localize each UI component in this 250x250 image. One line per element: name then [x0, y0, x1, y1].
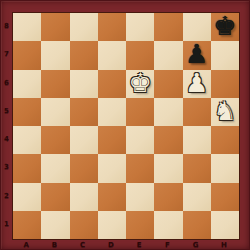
square-d3[interactable]	[98, 154, 126, 182]
square-f3[interactable]	[154, 154, 182, 182]
square-g5[interactable]	[183, 98, 211, 126]
rank-label-8: 8	[1, 12, 12, 40]
square-c5[interactable]	[70, 98, 98, 126]
square-d6[interactable]	[98, 70, 126, 98]
square-h1[interactable]	[211, 211, 239, 239]
square-d4[interactable]	[98, 126, 126, 154]
square-d2[interactable]	[98, 183, 126, 211]
square-f5[interactable]	[154, 98, 182, 126]
square-e4[interactable]	[126, 126, 154, 154]
square-b3[interactable]	[41, 154, 69, 182]
square-h8[interactable]: ♚	[211, 13, 239, 41]
square-f1[interactable]	[154, 211, 182, 239]
square-b2[interactable]	[41, 183, 69, 211]
rank-label-7: 7	[1, 40, 12, 68]
square-d7[interactable]	[98, 41, 126, 69]
square-b5[interactable]	[41, 98, 69, 126]
file-label-e: E	[125, 240, 153, 250]
square-c4[interactable]	[70, 126, 98, 154]
square-f4[interactable]	[154, 126, 182, 154]
square-g7[interactable]: ♟	[183, 41, 211, 69]
file-label-c: C	[69, 240, 97, 250]
square-h2[interactable]	[211, 183, 239, 211]
square-a2[interactable]	[13, 183, 41, 211]
square-b6[interactable]	[41, 70, 69, 98]
square-a1[interactable]	[13, 211, 41, 239]
file-label-f: F	[153, 240, 181, 250]
square-e7[interactable]	[126, 41, 154, 69]
file-label-d: D	[97, 240, 125, 250]
square-g4[interactable]	[183, 126, 211, 154]
white-knight[interactable]: ♞	[213, 98, 236, 124]
square-h6[interactable]	[211, 70, 239, 98]
square-c7[interactable]	[70, 41, 98, 69]
square-h3[interactable]	[211, 154, 239, 182]
square-a8[interactable]	[13, 13, 41, 41]
square-b7[interactable]	[41, 41, 69, 69]
square-d8[interactable]	[98, 13, 126, 41]
square-h4[interactable]	[211, 126, 239, 154]
file-label-a: A	[12, 240, 40, 250]
rank-label-2: 2	[1, 182, 12, 210]
square-e5[interactable]	[126, 98, 154, 126]
square-e3[interactable]	[126, 154, 154, 182]
square-a5[interactable]	[13, 98, 41, 126]
square-c6[interactable]	[70, 70, 98, 98]
square-b4[interactable]	[41, 126, 69, 154]
square-c3[interactable]	[70, 154, 98, 182]
square-f6[interactable]	[154, 70, 182, 98]
rank-label-1: 1	[1, 210, 12, 238]
square-e8[interactable]	[126, 13, 154, 41]
chess-board-frame: ♚♟♚♟♞ 87654321ABCDEFGH	[0, 0, 250, 250]
square-e6[interactable]: ♚	[126, 70, 154, 98]
square-a7[interactable]	[13, 41, 41, 69]
square-b1[interactable]	[41, 211, 69, 239]
square-g6[interactable]: ♟	[183, 70, 211, 98]
square-f8[interactable]	[154, 13, 182, 41]
square-f2[interactable]	[154, 183, 182, 211]
rank-label-4: 4	[1, 125, 12, 153]
rank-label-3: 3	[1, 153, 12, 181]
square-b8[interactable]	[41, 13, 69, 41]
file-label-h: H	[210, 240, 238, 250]
square-c1[interactable]	[70, 211, 98, 239]
square-h7[interactable]	[211, 41, 239, 69]
white-pawn[interactable]: ♟	[185, 70, 208, 96]
square-d5[interactable]	[98, 98, 126, 126]
square-c2[interactable]	[70, 183, 98, 211]
square-a6[interactable]	[13, 70, 41, 98]
rank-label-5: 5	[1, 97, 12, 125]
file-label-b: B	[40, 240, 68, 250]
square-h5[interactable]: ♞	[211, 98, 239, 126]
square-e2[interactable]	[126, 183, 154, 211]
black-pawn[interactable]: ♟	[185, 41, 208, 67]
rank-label-6: 6	[1, 69, 12, 97]
square-a3[interactable]	[13, 154, 41, 182]
file-label-g: G	[182, 240, 210, 250]
square-e1[interactable]	[126, 211, 154, 239]
white-king[interactable]: ♚	[128, 70, 151, 96]
black-king[interactable]: ♚	[213, 13, 236, 39]
square-c8[interactable]	[70, 13, 98, 41]
square-a4[interactable]	[13, 126, 41, 154]
square-g2[interactable]	[183, 183, 211, 211]
square-g3[interactable]	[183, 154, 211, 182]
square-g1[interactable]	[183, 211, 211, 239]
square-f7[interactable]	[154, 41, 182, 69]
chess-board: ♚♟♚♟♞	[12, 12, 240, 240]
square-d1[interactable]	[98, 211, 126, 239]
square-g8[interactable]	[183, 13, 211, 41]
